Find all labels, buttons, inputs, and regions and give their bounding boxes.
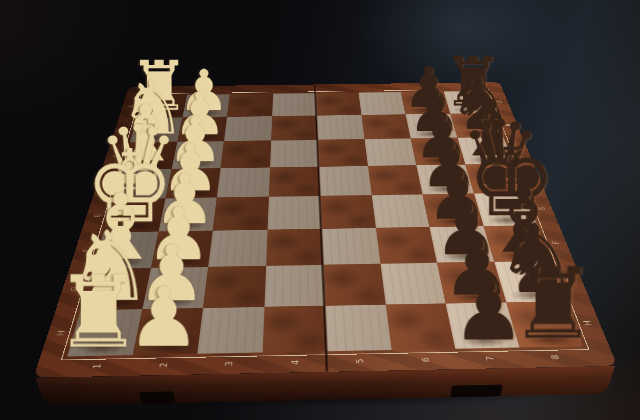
square-h2[interactable]: ♟ (132, 308, 203, 355)
square-h4[interactable] (262, 305, 327, 352)
square-c4[interactable] (270, 140, 319, 167)
square-a3[interactable] (227, 94, 273, 117)
square-a4[interactable] (272, 93, 317, 116)
square-h3[interactable] (197, 307, 264, 354)
square-b5[interactable] (316, 115, 364, 140)
square-c5[interactable] (318, 139, 368, 166)
square-e5[interactable] (320, 195, 376, 228)
square-d5[interactable] (319, 166, 372, 196)
square-g6[interactable] (380, 263, 446, 304)
square-c3[interactable] (221, 140, 271, 168)
square-h5[interactable] (325, 304, 391, 351)
square-d4[interactable] (269, 167, 320, 197)
square-f6[interactable] (376, 227, 438, 264)
square-a5[interactable] (316, 93, 362, 116)
front-edge-notch-left (139, 392, 175, 404)
square-c6[interactable] (364, 138, 416, 165)
square-e6[interactable] (371, 194, 429, 227)
photo-scene: ♜♟♟♜♞♟♟♞♝♟♟♝♛♟♟♛♚♟♟♚♝♟♟♝♞♟♟♞♜♟♟♜ 1234567… (0, 0, 640, 420)
front-edge-notch-right (451, 385, 504, 398)
square-h1[interactable]: ♜ (67, 309, 142, 357)
square-b4[interactable] (271, 115, 318, 140)
square-e4[interactable] (267, 196, 321, 229)
square-f4[interactable] (266, 229, 323, 266)
square-h6[interactable] (385, 303, 455, 350)
square-d6[interactable] (368, 165, 423, 195)
square-g4[interactable] (264, 265, 325, 307)
square-f5[interactable] (321, 228, 380, 265)
square-a6[interactable] (358, 92, 405, 115)
black-rook-h8[interactable]: ♜ (509, 255, 597, 353)
square-f3[interactable] (208, 229, 267, 266)
square-e3[interactable] (213, 197, 269, 231)
square-b6[interactable] (361, 114, 411, 139)
chess-board: ♜♟♟♜♞♟♟♞♝♟♟♝♛♟♟♛♚♟♟♚♝♟♟♝♞♟♟♞♜♟♟♜ 1234567… (33, 82, 617, 378)
white-rook-h1[interactable]: ♜ (54, 263, 143, 362)
square-h8[interactable]: ♜ (506, 301, 583, 347)
square-g3[interactable] (203, 266, 266, 308)
square-g5[interactable] (323, 264, 385, 306)
square-d3[interactable] (217, 167, 270, 197)
square-b3[interactable] (224, 116, 272, 141)
